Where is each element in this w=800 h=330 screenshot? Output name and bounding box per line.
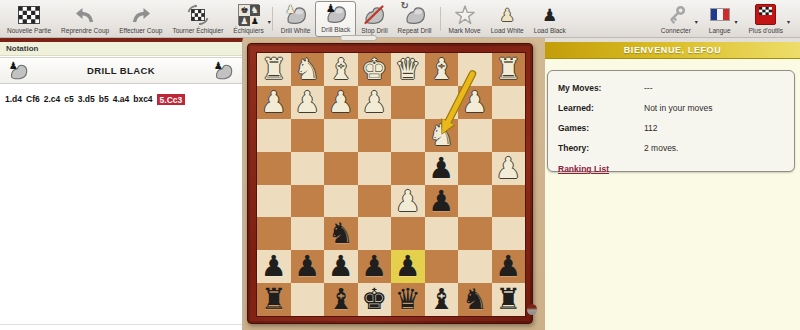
toolbar-button-plus-doutils[interactable]: Plus d'outils ▾ bbox=[744, 1, 788, 37]
stats-row-theory: Theory: 2 moves. bbox=[558, 138, 784, 158]
square-f5[interactable] bbox=[324, 185, 358, 218]
toolbar-button-langue[interactable]: Langue ▾ bbox=[704, 1, 736, 37]
piece-white-bishop-f1: ♝ bbox=[324, 53, 358, 86]
stats-row-games: Games: 112 bbox=[558, 118, 784, 138]
piece-black-king-e8: ♚ bbox=[358, 283, 392, 316]
square-d5[interactable]: ♟ bbox=[391, 185, 425, 218]
square-g8[interactable] bbox=[291, 283, 325, 316]
square-e1[interactable]: ♚ bbox=[358, 53, 392, 86]
square-a4[interactable]: ♟ bbox=[492, 152, 526, 185]
square-h6[interactable] bbox=[257, 217, 291, 250]
toolbar-button-reprendre-coup[interactable]: Reprendre Coup bbox=[56, 1, 114, 37]
chess-board[interactable]: ♜♞♝♚♛♝♜♟♟♟♟♟♞♟♟♟♟♞♟♟♟♟♟♟♜♝♚♛♝♞♜ bbox=[247, 43, 533, 324]
toolbar-button-repeat-drill[interactable]: ↻ Repeat Drill bbox=[393, 1, 437, 37]
mark-move-star-icon bbox=[454, 3, 476, 26]
move[interactable]: 1.d4 bbox=[5, 94, 22, 104]
stop-drill-icon bbox=[362, 3, 386, 26]
square-c5[interactable]: ♟ bbox=[425, 185, 459, 218]
toolbar-label: Connecter bbox=[661, 27, 691, 34]
piece-white-pawn-b2: ♟ bbox=[458, 86, 492, 119]
toolbar-separator bbox=[272, 7, 273, 31]
square-b6[interactable] bbox=[458, 217, 492, 250]
toolbar-label: Effectuer Coup bbox=[119, 27, 162, 34]
piece-black-rook-h8: ♜ bbox=[257, 283, 291, 316]
toolbar-label: Mark Move bbox=[449, 27, 481, 34]
piece-black-queen-d8: ♛ bbox=[391, 283, 425, 316]
repeat-circular-arrow-icon: ↻ bbox=[401, 0, 409, 11]
toolbar-button-load-white[interactable]: ♟ Load White bbox=[486, 1, 529, 37]
square-h2[interactable]: ♟ bbox=[257, 86, 291, 119]
square-e3[interactable] bbox=[358, 119, 392, 152]
piece-white-pawn-g2: ♟ bbox=[291, 86, 325, 119]
white-pawn-mini-icon: ♟ bbox=[286, 3, 296, 16]
stats-label: Theory: bbox=[558, 143, 644, 153]
square-f1[interactable]: ♝ bbox=[324, 53, 358, 86]
boards-icon: ♚ ♞ ♟ ♟ bbox=[238, 3, 259, 26]
square-a7[interactable]: ♟ bbox=[492, 250, 526, 283]
toolbar-button-load-black[interactable]: ♟ Load Black bbox=[529, 1, 571, 37]
drill-black-arm-icon: ♟ bbox=[324, 2, 348, 25]
toolbar-spacer bbox=[571, 1, 656, 37]
piece-white-rook-a1: ♜ bbox=[492, 53, 526, 86]
square-a5[interactable] bbox=[492, 185, 526, 218]
square-c2[interactable] bbox=[425, 86, 459, 119]
square-c8[interactable]: ♝ bbox=[425, 283, 459, 316]
square-a6[interactable] bbox=[492, 217, 526, 250]
square-a8[interactable]: ♜ bbox=[492, 283, 526, 316]
move[interactable]: b5 bbox=[99, 94, 109, 104]
stats-label: My Moves: bbox=[558, 83, 644, 93]
square-a2[interactable] bbox=[492, 86, 526, 119]
square-g7[interactable]: ♟ bbox=[291, 250, 325, 283]
piece-black-knight-f6: ♞ bbox=[324, 217, 358, 250]
stats-row-my-moves: My Moves: --- bbox=[558, 78, 784, 98]
piece-black-pawn-f7: ♟ bbox=[324, 250, 358, 283]
stats-label: Learned: bbox=[558, 103, 644, 113]
toolbar-label: Stop Drill bbox=[361, 27, 387, 34]
square-c6[interactable] bbox=[425, 217, 459, 250]
flip-board-icon bbox=[186, 3, 210, 26]
square-d2[interactable] bbox=[391, 86, 425, 119]
piece-white-pawn-h2: ♟ bbox=[257, 86, 291, 119]
welcome-panel: BIENVENUE, LEFOU My Moves: --- Learned: … bbox=[545, 38, 800, 330]
piece-black-pawn-a7: ♟ bbox=[492, 250, 526, 283]
square-b2[interactable]: ♟ bbox=[458, 86, 492, 119]
square-f8[interactable]: ♝ bbox=[324, 283, 358, 316]
board-area: ♜♞♝♚♛♝♜♟♟♟♟♟♞♟♟♟♟♞♟♟♟♟♟♟♜♝♚♛♝♞♜ bbox=[243, 38, 545, 330]
redo-arrow-icon bbox=[129, 3, 153, 26]
square-d7[interactable]: ♟ bbox=[391, 250, 425, 283]
square-g2[interactable]: ♟ bbox=[291, 86, 325, 119]
undo-arrow-icon bbox=[73, 3, 97, 26]
piece-white-rook-h1: ♜ bbox=[257, 53, 291, 86]
toolbar-button-tourner-echiquier[interactable]: Tourner Échiquier bbox=[167, 1, 228, 37]
piece-black-pawn-c5: ♟ bbox=[425, 185, 459, 218]
toolbar-button-drill-black[interactable]: ♟ Drill Black bbox=[315, 1, 356, 37]
chevron-down-icon[interactable]: ▾ bbox=[787, 18, 790, 25]
square-f3[interactable] bbox=[324, 119, 358, 152]
square-d6[interactable] bbox=[391, 217, 425, 250]
square-f7[interactable]: ♟ bbox=[324, 250, 358, 283]
welcome-header: BIENVENUE, LEFOU bbox=[545, 42, 800, 59]
square-h8[interactable]: ♜ bbox=[257, 283, 291, 316]
toolbar-label: Load Black bbox=[534, 27, 566, 34]
piece-black-pawn-h7: ♟ bbox=[257, 250, 291, 283]
drill-banner-label: DRILL BLACK bbox=[87, 65, 155, 76]
square-f4[interactable] bbox=[324, 152, 358, 185]
square-h3[interactable] bbox=[257, 119, 291, 152]
square-e5[interactable] bbox=[358, 185, 392, 218]
square-b7[interactable] bbox=[458, 250, 492, 283]
toolbar-button-echiquiers[interactable]: ♚ ♞ ♟ ♟ Échiquiers ▾ bbox=[228, 1, 268, 37]
toolbar-label: Drill White bbox=[281, 27, 311, 34]
square-h7[interactable]: ♟ bbox=[257, 250, 291, 283]
toolbar-button-stop-drill[interactable]: Stop Drill bbox=[356, 1, 392, 37]
square-e8[interactable]: ♚ bbox=[358, 283, 392, 316]
move[interactable]: 2.c4 bbox=[44, 94, 61, 104]
move[interactable]: bxc4 bbox=[133, 94, 152, 104]
stats-value: --- bbox=[644, 83, 653, 93]
square-e7[interactable]: ♟ bbox=[358, 250, 392, 283]
square-g1[interactable]: ♞ bbox=[291, 53, 325, 86]
current-move[interactable]: 5.Cc3 bbox=[157, 94, 186, 105]
square-d1[interactable]: ♛ bbox=[391, 53, 425, 86]
piece-black-bishop-f8: ♝ bbox=[324, 283, 358, 316]
drill-white-arm-icon: ♟ bbox=[284, 3, 308, 26]
toolbar-button-mark-move[interactable]: Mark Move bbox=[444, 1, 486, 37]
toolbar-label: Échiquiers bbox=[233, 27, 263, 34]
drill-stats-card: My Moves: --- Learned: Not in your moves… bbox=[547, 70, 795, 172]
toolbar-label: Langue bbox=[709, 27, 731, 34]
toolbar-button-nouvelle-partie[interactable]: Nouvelle Partie bbox=[2, 1, 56, 37]
chevron-down-icon[interactable]: ▾ bbox=[695, 18, 698, 25]
square-c7[interactable] bbox=[425, 250, 459, 283]
square-b8[interactable]: ♞ bbox=[458, 283, 492, 316]
splitter-handle[interactable] bbox=[340, 35, 377, 41]
square-a3[interactable] bbox=[492, 119, 526, 152]
toolbar-button-connecter[interactable]: Connecter ▾ bbox=[656, 1, 696, 37]
piece-black-pawn-g7: ♟ bbox=[291, 250, 325, 283]
square-e2[interactable]: ♟ bbox=[358, 86, 392, 119]
toolbar-label: Repeat Drill bbox=[398, 27, 432, 34]
stats-label: Games: bbox=[558, 123, 644, 133]
square-f6[interactable]: ♞ bbox=[324, 217, 358, 250]
toolbar-button-drill-white[interactable]: ♟ Drill White bbox=[276, 1, 316, 37]
key-icon bbox=[664, 3, 688, 26]
square-b5[interactable] bbox=[458, 185, 492, 218]
square-b3[interactable] bbox=[458, 119, 492, 152]
drill-banner: ♟ DRILL BLACK ♟ bbox=[0, 57, 242, 84]
toolbar-label: Plus d'outils bbox=[749, 27, 783, 34]
black-pawn-mini-icon: ♟ bbox=[9, 60, 18, 71]
square-c4[interactable]: ♟ bbox=[425, 152, 459, 185]
notation-panel-title: Notation bbox=[0, 42, 242, 56]
square-e4[interactable] bbox=[358, 152, 392, 185]
square-d4[interactable] bbox=[391, 152, 425, 185]
square-g6[interactable] bbox=[291, 217, 325, 250]
black-pawn-icon: ♟ bbox=[542, 3, 557, 26]
white-pawn-icon: ♟ bbox=[500, 3, 515, 26]
drill-arm-icon-left: ♟ bbox=[8, 61, 29, 81]
board-grid: ♜♞♝♚♛♝♜♟♟♟♟♟♞♟♟♟♟♞♟♟♟♟♟♟♜♝♚♛♝♞♜ bbox=[257, 53, 525, 316]
square-d3[interactable] bbox=[391, 119, 425, 152]
move-list: 1.d4Cf62.c4c53.d5b54.a4bxc45.Cc3 bbox=[0, 84, 242, 104]
move[interactable]: c5 bbox=[64, 94, 73, 104]
piece-white-knight-c3: ♞ bbox=[425, 119, 459, 152]
piece-white-king-e1: ♚ bbox=[358, 53, 392, 86]
ranking-list-link[interactable]: Ranking List bbox=[558, 164, 609, 174]
main-toolbar: Nouvelle Partie Reprendre Coup Effectuer… bbox=[0, 0, 800, 38]
board-resize-knob[interactable] bbox=[527, 304, 537, 315]
panel-bottom-divider bbox=[0, 324, 242, 325]
piece-black-pawn-e7: ♟ bbox=[358, 250, 392, 283]
stats-value: Not in your moves bbox=[644, 103, 713, 113]
square-g4[interactable] bbox=[291, 152, 325, 185]
square-b4[interactable] bbox=[458, 152, 492, 185]
repeat-drill-icon: ↻ bbox=[403, 3, 427, 26]
toolbar-label: Reprendre Coup bbox=[61, 27, 109, 34]
square-g3[interactable] bbox=[291, 119, 325, 152]
new-game-board-icon bbox=[18, 3, 40, 26]
square-g5[interactable] bbox=[291, 185, 325, 218]
chevron-down-icon[interactable]: ▾ bbox=[268, 18, 271, 25]
piece-white-pawn-d5: ♟ bbox=[391, 185, 425, 218]
move[interactable]: Cf6 bbox=[26, 94, 40, 104]
square-h1[interactable]: ♜ bbox=[257, 53, 291, 86]
square-d8[interactable]: ♛ bbox=[391, 283, 425, 316]
toolbar-separator bbox=[440, 7, 441, 31]
chessbase-logo-icon bbox=[755, 3, 776, 26]
toolbar-label: Drill Black bbox=[321, 26, 350, 33]
piece-white-pawn-e2: ♟ bbox=[358, 86, 392, 119]
square-b1[interactable] bbox=[458, 53, 492, 86]
chevron-down-icon[interactable]: ▾ bbox=[735, 18, 738, 25]
black-pawn-mini-icon: ♟ bbox=[326, 2, 336, 15]
french-flag-icon bbox=[710, 3, 730, 26]
piece-black-rook-a8: ♜ bbox=[492, 283, 526, 316]
square-a1[interactable]: ♜ bbox=[492, 53, 526, 86]
drill-arm-icon-right: ♟ bbox=[213, 61, 234, 81]
stats-value: 2 moves. bbox=[644, 143, 679, 153]
piece-white-knight-g1: ♞ bbox=[291, 53, 325, 86]
square-h4[interactable] bbox=[257, 152, 291, 185]
piece-white-queen-d1: ♛ bbox=[391, 53, 425, 86]
piece-white-bishop-c1: ♝ bbox=[425, 53, 459, 86]
toolbar-label: Load White bbox=[491, 27, 524, 34]
piece-black-pawn-c4: ♟ bbox=[425, 152, 459, 185]
stats-value: 112 bbox=[644, 123, 658, 133]
square-f2[interactable]: ♟ bbox=[324, 86, 358, 119]
stats-row-learned: Learned: Not in your moves bbox=[558, 98, 784, 118]
black-pawn-mini-icon: ♟ bbox=[214, 60, 223, 71]
square-c1[interactable]: ♝ bbox=[425, 53, 459, 86]
toolbar-button-effectuer-coup[interactable]: Effectuer Coup bbox=[114, 1, 167, 37]
square-e6[interactable] bbox=[358, 217, 392, 250]
piece-white-pawn-f2: ♟ bbox=[324, 86, 358, 119]
piece-black-bishop-c8: ♝ bbox=[425, 283, 459, 316]
notation-panel: Notation ♟ DRILL BLACK ♟ 1.d4Cf62.c4c53.… bbox=[0, 38, 243, 330]
piece-black-knight-b8: ♞ bbox=[458, 283, 492, 316]
square-c3[interactable]: ♞ bbox=[425, 119, 459, 152]
toolbar-label: Tourner Échiquier bbox=[172, 27, 223, 34]
move[interactable]: 4.a4 bbox=[113, 94, 130, 104]
piece-white-pawn-a4: ♟ bbox=[492, 152, 526, 185]
piece-black-pawn-d7: ♟ bbox=[391, 250, 425, 283]
square-h5[interactable] bbox=[257, 185, 291, 218]
toolbar-label: Nouvelle Partie bbox=[7, 27, 51, 34]
move[interactable]: 3.d5 bbox=[78, 94, 95, 104]
